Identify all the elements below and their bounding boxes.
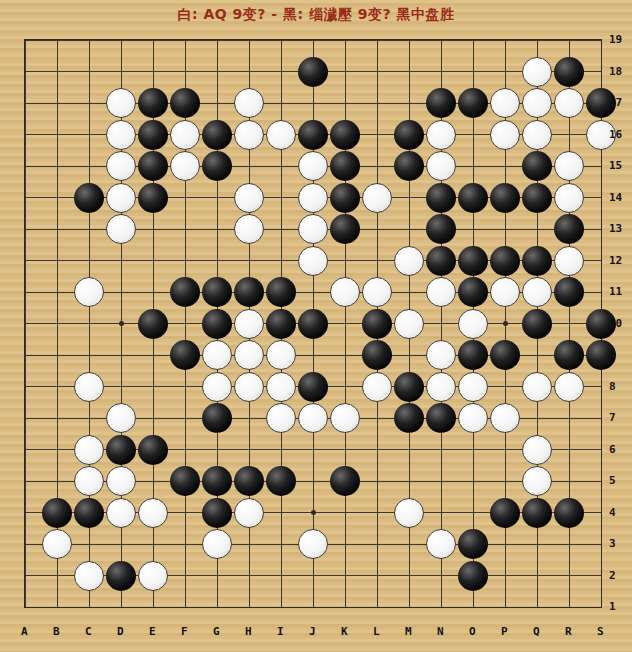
white-stone-E4	[138, 498, 168, 528]
white-stone-M12	[394, 246, 424, 276]
black-stone-Q10	[522, 309, 552, 339]
row-label-6: 6	[609, 443, 616, 456]
white-stone-L14	[362, 183, 392, 213]
white-stone-H8	[234, 372, 264, 402]
white-stone-Q11	[522, 277, 552, 307]
black-stone-P9	[490, 340, 520, 370]
black-stone-J16	[298, 120, 328, 150]
column-label-N: N	[437, 625, 444, 638]
white-stone-I9	[266, 340, 296, 370]
row-label-4: 4	[609, 506, 616, 519]
row-label-7: 7	[609, 411, 616, 424]
white-stone-Q5	[522, 466, 552, 496]
white-stone-D16	[106, 120, 136, 150]
row-label-15: 15	[609, 159, 622, 172]
black-stone-C14	[74, 183, 104, 213]
white-stone-P7	[490, 403, 520, 433]
black-stone-C4	[74, 498, 104, 528]
black-stone-E17	[138, 88, 168, 118]
black-stone-M7	[394, 403, 424, 433]
white-stone-Q16	[522, 120, 552, 150]
column-label-H: H	[245, 625, 252, 638]
black-stone-E10	[138, 309, 168, 339]
black-stone-P4	[490, 498, 520, 528]
black-stone-G11	[202, 277, 232, 307]
row-label-18: 18	[609, 65, 622, 78]
white-stone-C2	[74, 561, 104, 591]
white-stone-R14	[554, 183, 584, 213]
white-stone-D4	[106, 498, 136, 528]
white-stone-O10	[458, 309, 488, 339]
star-point	[503, 321, 508, 326]
black-stone-G15	[202, 151, 232, 181]
white-stone-M4	[394, 498, 424, 528]
black-stone-F5	[170, 466, 200, 496]
black-stone-K14	[330, 183, 360, 213]
white-stone-H17	[234, 88, 264, 118]
white-stone-L8	[362, 372, 392, 402]
white-stone-H10	[234, 309, 264, 339]
black-stone-I10	[266, 309, 296, 339]
game-result-title: 白: AQ 9变? - 黑: 缁濊壓 9变? 黑中盘胜	[0, 6, 632, 24]
black-stone-Q12	[522, 246, 552, 276]
black-stone-D2	[106, 561, 136, 591]
column-label-C: C	[85, 625, 92, 638]
black-stone-M15	[394, 151, 424, 181]
row-label-13: 13	[609, 222, 622, 235]
white-stone-R15	[554, 151, 584, 181]
row-label-16: 16	[609, 128, 622, 141]
white-stone-D7	[106, 403, 136, 433]
star-point	[119, 321, 124, 326]
white-stone-Q6	[522, 435, 552, 465]
column-label-B: B	[53, 625, 60, 638]
white-stone-I8	[266, 372, 296, 402]
column-label-E: E	[149, 625, 156, 638]
column-label-J: J	[309, 625, 316, 638]
white-stone-K7	[330, 403, 360, 433]
white-stone-R8	[554, 372, 584, 402]
white-stone-J3	[298, 529, 328, 559]
go-board[interactable]: ABCDEFGHIJKLMNOPQRS191817161514131211109…	[0, 0, 632, 652]
white-stone-G3	[202, 529, 232, 559]
white-stone-J14	[298, 183, 328, 213]
black-stone-P14	[490, 183, 520, 213]
white-stone-R12	[554, 246, 584, 276]
black-stone-F17	[170, 88, 200, 118]
black-stone-M16	[394, 120, 424, 150]
black-stone-F11	[170, 277, 200, 307]
white-stone-P11	[490, 277, 520, 307]
white-stone-N16	[426, 120, 456, 150]
white-stone-G8	[202, 372, 232, 402]
black-stone-O17	[458, 88, 488, 118]
white-stone-F16	[170, 120, 200, 150]
white-stone-H13	[234, 214, 264, 244]
white-stone-O8	[458, 372, 488, 402]
white-stone-P16	[490, 120, 520, 150]
white-stone-J12	[298, 246, 328, 276]
black-stone-G5	[202, 466, 232, 496]
white-stone-E2	[138, 561, 168, 591]
black-stone-G4	[202, 498, 232, 528]
white-stone-D14	[106, 183, 136, 213]
white-stone-C5	[74, 466, 104, 496]
column-label-O: O	[469, 625, 476, 638]
column-label-A: A	[21, 625, 28, 638]
black-stone-D6	[106, 435, 136, 465]
black-stone-G10	[202, 309, 232, 339]
white-stone-N8	[426, 372, 456, 402]
white-stone-Q17	[522, 88, 552, 118]
black-stone-L10	[362, 309, 392, 339]
white-stone-M10	[394, 309, 424, 339]
black-stone-N12	[426, 246, 456, 276]
white-stone-D5	[106, 466, 136, 496]
white-stone-H16	[234, 120, 264, 150]
white-stone-F15	[170, 151, 200, 181]
white-stone-K11	[330, 277, 360, 307]
black-stone-O12	[458, 246, 488, 276]
row-label-10: 10	[609, 317, 622, 330]
white-stone-J7	[298, 403, 328, 433]
column-label-Q: Q	[533, 625, 540, 638]
white-stone-I16	[266, 120, 296, 150]
white-stone-C6	[74, 435, 104, 465]
black-stone-R4	[554, 498, 584, 528]
column-label-R: R	[565, 625, 572, 638]
white-stone-N11	[426, 277, 456, 307]
white-stone-H14	[234, 183, 264, 213]
white-stone-D13	[106, 214, 136, 244]
row-label-14: 14	[609, 191, 622, 204]
black-stone-F9	[170, 340, 200, 370]
column-label-F: F	[181, 625, 188, 638]
row-label-2: 2	[609, 569, 616, 582]
black-stone-E6	[138, 435, 168, 465]
black-stone-R9	[554, 340, 584, 370]
black-stone-M8	[394, 372, 424, 402]
row-label-11: 11	[609, 285, 622, 298]
white-stone-R17	[554, 88, 584, 118]
black-stone-R18	[554, 57, 584, 87]
column-label-P: P	[501, 625, 508, 638]
black-stone-I11	[266, 277, 296, 307]
white-stone-C8	[74, 372, 104, 402]
white-stone-L11	[362, 277, 392, 307]
white-stone-N15	[426, 151, 456, 181]
black-stone-P12	[490, 246, 520, 276]
white-stone-G9	[202, 340, 232, 370]
black-stone-Q14	[522, 183, 552, 213]
row-label-1: 1	[609, 600, 616, 613]
black-stone-H11	[234, 277, 264, 307]
row-label-12: 12	[609, 254, 622, 267]
column-label-M: M	[405, 625, 412, 638]
black-stone-R13	[554, 214, 584, 244]
white-stone-Q18	[522, 57, 552, 87]
black-stone-L9	[362, 340, 392, 370]
black-stone-I5	[266, 466, 296, 496]
row-label-8: 8	[609, 380, 616, 393]
black-stone-H5	[234, 466, 264, 496]
row-label-9: 9	[609, 348, 616, 361]
black-stone-E15	[138, 151, 168, 181]
black-stone-J18	[298, 57, 328, 87]
black-stone-K15	[330, 151, 360, 181]
black-stone-O14	[458, 183, 488, 213]
white-stone-O7	[458, 403, 488, 433]
row-label-17: 17	[609, 96, 622, 109]
black-stone-B4	[42, 498, 72, 528]
row-label-3: 3	[609, 537, 616, 550]
white-stone-H4	[234, 498, 264, 528]
black-stone-N14	[426, 183, 456, 213]
black-stone-Q15	[522, 151, 552, 181]
white-stone-Q8	[522, 372, 552, 402]
column-label-G: G	[213, 625, 220, 638]
black-stone-K16	[330, 120, 360, 150]
column-label-K: K	[341, 625, 348, 638]
black-stone-J10	[298, 309, 328, 339]
black-stone-G16	[202, 120, 232, 150]
black-stone-J8	[298, 372, 328, 402]
white-stone-B3	[42, 529, 72, 559]
column-label-S: S	[597, 625, 604, 638]
black-stone-Q4	[522, 498, 552, 528]
black-stone-K13	[330, 214, 360, 244]
white-stone-N9	[426, 340, 456, 370]
white-stone-P17	[490, 88, 520, 118]
white-stone-J13	[298, 214, 328, 244]
black-stone-N7	[426, 403, 456, 433]
black-stone-O9	[458, 340, 488, 370]
black-stone-N13	[426, 214, 456, 244]
white-stone-C11	[74, 277, 104, 307]
black-stone-O3	[458, 529, 488, 559]
black-stone-E16	[138, 120, 168, 150]
column-label-D: D	[117, 625, 124, 638]
column-label-I: I	[277, 625, 284, 638]
black-stone-R11	[554, 277, 584, 307]
star-point	[311, 510, 316, 515]
white-stone-N3	[426, 529, 456, 559]
black-stone-E14	[138, 183, 168, 213]
row-label-5: 5	[609, 474, 616, 487]
black-stone-K5	[330, 466, 360, 496]
black-stone-O11	[458, 277, 488, 307]
white-stone-J15	[298, 151, 328, 181]
black-stone-G7	[202, 403, 232, 433]
white-stone-I7	[266, 403, 296, 433]
white-stone-H9	[234, 340, 264, 370]
white-stone-D15	[106, 151, 136, 181]
column-label-L: L	[373, 625, 380, 638]
white-stone-D17	[106, 88, 136, 118]
black-stone-N17	[426, 88, 456, 118]
row-label-19: 19	[609, 33, 622, 46]
black-stone-O2	[458, 561, 488, 591]
